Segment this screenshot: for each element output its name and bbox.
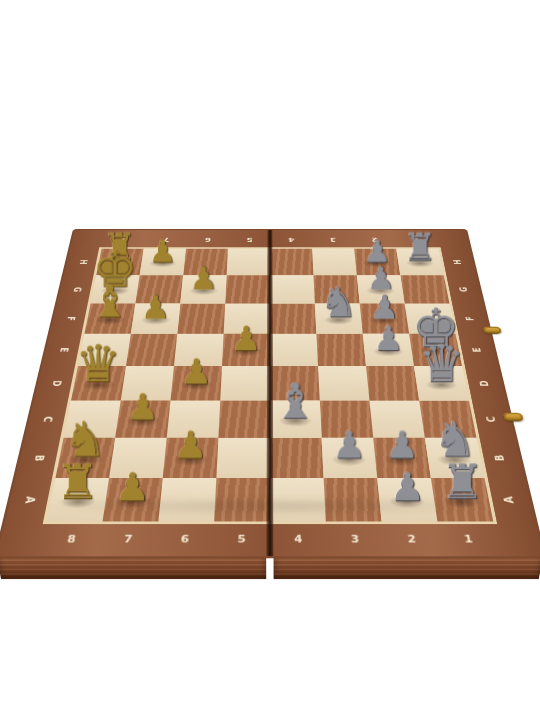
coordinate-label: E <box>470 347 482 352</box>
rank-label-front-5: 5 <box>212 521 270 556</box>
coordinate-label: 2 <box>407 533 417 544</box>
coordinate-label: 4 <box>288 236 294 242</box>
brass-pawn-d6[interactable]: ♟ <box>181 355 212 387</box>
square-h5[interactable] <box>227 249 270 276</box>
board-front-edge-left <box>0 556 266 579</box>
rank-label-back-7: 7 <box>144 230 188 249</box>
chessboard: ♜♟♟♜♚♟♟♝♟♞♟♟♟♚♛♟♛♟♝♞♟♟♟♞♜♟♟♜ HGFEDCBA HG… <box>42 138 498 594</box>
rank-label-back-4: 4 <box>270 230 312 249</box>
brass-king-g8[interactable]: ♚ <box>93 247 138 293</box>
rank-label-front-6: 6 <box>155 521 214 556</box>
coordinate-label: 3 <box>329 236 335 242</box>
coordinate-label: G <box>71 287 82 292</box>
file-label-right-H: H <box>438 249 476 276</box>
coordinate-label: 5 <box>237 533 245 544</box>
square-b3[interactable]: ♟ <box>322 438 378 478</box>
square-b4[interactable] <box>270 438 324 478</box>
piece-shadow <box>188 286 220 295</box>
square-c5[interactable] <box>218 401 270 438</box>
rank-label-back-2: 2 <box>352 230 396 249</box>
silver-bishop-c4[interactable]: ♝ <box>274 379 318 424</box>
silver-queen-d1[interactable]: ♛ <box>419 340 465 387</box>
coordinate-label: D <box>478 380 491 386</box>
coordinate-label: A <box>502 496 516 503</box>
square-h7[interactable]: ♟ <box>140 249 186 276</box>
rank-label-front-3: 3 <box>326 521 385 556</box>
square-d8[interactable]: ♛ <box>71 366 126 401</box>
square-h2[interactable]: ♟ <box>354 249 400 276</box>
square-h8[interactable]: ♜ <box>96 249 143 276</box>
square-c4[interactable]: ♝ <box>270 401 322 438</box>
square-d6[interactable]: ♟ <box>171 366 222 401</box>
coordinate-label: 1 <box>463 533 473 544</box>
brass-pawn-f7[interactable]: ♟ <box>141 292 170 322</box>
brass-bishop-f8[interactable]: ♝ <box>90 282 129 322</box>
coordinate-label: 8 <box>121 236 128 242</box>
square-b5[interactable] <box>216 438 270 478</box>
coordinate-label: 4 <box>294 533 302 544</box>
silver-pawn-f2[interactable]: ♟ <box>370 292 399 322</box>
coordinate-label: 8 <box>67 533 77 544</box>
square-g2[interactable]: ♟ <box>357 275 405 303</box>
rank-label-back-6: 6 <box>186 230 229 249</box>
square-f5[interactable] <box>224 304 270 334</box>
square-e2[interactable]: ♟ <box>363 334 414 366</box>
piece-shadow <box>139 315 173 325</box>
silver-pawn-b3[interactable]: ♟ <box>332 428 366 462</box>
silver-pawn-b2[interactable]: ♟ <box>385 428 419 462</box>
piece-shadow <box>322 315 355 325</box>
board-front-edge-right <box>274 556 540 579</box>
square-e3[interactable] <box>316 334 366 366</box>
coordinate-label: 6 <box>204 236 210 242</box>
rank-label-front-8: 8 <box>40 521 103 556</box>
square-g5[interactable] <box>225 275 270 303</box>
coordinate-label: B <box>33 454 46 460</box>
photo-backdrop: ♜♟♟♜♚♟♟♝♟♞♟♟♟♚♛♟♛♟♝♞♟♟♟♞♜♟♟♜ HGFEDCBA HG… <box>0 0 540 720</box>
coordinate-label: C <box>42 416 55 422</box>
coordinate-label: G <box>458 287 469 292</box>
coordinate-label: C <box>485 416 498 422</box>
square-d3[interactable] <box>318 366 369 401</box>
square-f2[interactable]: ♟ <box>360 304 409 334</box>
silver-pawn-g2[interactable]: ♟ <box>367 264 395 293</box>
file-label-left-F: F <box>50 304 91 334</box>
brass-pawn-g6[interactable]: ♟ <box>189 264 217 293</box>
piece-shadow <box>93 315 127 325</box>
coordinate-label: B <box>493 454 506 460</box>
rank-label-front-4: 4 <box>270 521 328 556</box>
square-f6[interactable] <box>177 304 225 334</box>
coordinate-label: 1 <box>412 236 419 242</box>
coordinate-label: 5 <box>246 236 252 242</box>
piece-shadow <box>229 346 263 357</box>
silver-knight-f3[interactable]: ♞ <box>320 283 358 322</box>
square-g3[interactable] <box>313 275 359 303</box>
square-h6[interactable] <box>183 249 228 276</box>
board-shadow <box>40 498 500 514</box>
coordinate-label: 3 <box>351 533 360 544</box>
rank-label-back-8: 8 <box>102 230 147 249</box>
piece-shadow <box>371 346 406 357</box>
brass-rook-h8[interactable]: ♜ <box>103 230 137 265</box>
piece-shadow <box>361 259 392 268</box>
piece-shadow <box>147 259 178 268</box>
coordinate-label: E <box>58 347 70 352</box>
square-c7[interactable]: ♟ <box>115 401 170 438</box>
coordinate-label: H <box>452 260 463 265</box>
square-g4[interactable] <box>270 275 315 303</box>
brass-pawn-b6[interactable]: ♟ <box>174 428 208 462</box>
file-label-left-D: D <box>34 366 78 401</box>
rank-labels-back: 87654321 <box>102 230 439 249</box>
square-f1[interactable] <box>405 304 456 334</box>
coordinate-label: 2 <box>371 236 378 242</box>
file-label-right-D: D <box>462 366 506 401</box>
rank-label-front-7: 7 <box>97 521 158 556</box>
coordinate-label: A <box>24 496 38 503</box>
coordinate-label: D <box>50 380 63 386</box>
coordinate-label: F <box>65 316 76 320</box>
square-h1[interactable]: ♜ <box>396 249 443 276</box>
file-label-right-G: G <box>444 275 483 303</box>
silver-rook-h1[interactable]: ♜ <box>403 230 437 265</box>
coordinate-label: 6 <box>180 533 189 544</box>
file-label-right-F: F <box>449 304 490 334</box>
coordinate-label: H <box>77 260 88 265</box>
coordinate-label: F <box>464 316 475 320</box>
file-label-left-G: G <box>57 275 96 303</box>
piece-shadow <box>367 315 401 325</box>
square-d2[interactable] <box>366 366 419 401</box>
square-f7[interactable]: ♟ <box>131 304 180 334</box>
coordinate-label: 7 <box>163 236 170 242</box>
square-f8[interactable]: ♝ <box>84 304 135 334</box>
file-label-left-H: H <box>64 249 102 276</box>
brass-pawn-e5[interactable]: ♟ <box>231 323 261 354</box>
coordinate-label: 7 <box>123 533 133 544</box>
square-g6[interactable]: ♟ <box>180 275 226 303</box>
piece-shadow <box>99 286 132 295</box>
brass-clasp-icon <box>483 326 502 333</box>
square-g8[interactable]: ♚ <box>91 275 140 303</box>
rank-label-back-3: 3 <box>311 230 354 249</box>
square-g1[interactable] <box>400 275 449 303</box>
rank-label-front-1: 1 <box>437 521 500 556</box>
piece-shadow <box>364 286 397 295</box>
square-e4[interactable] <box>270 334 318 366</box>
square-h3[interactable] <box>312 249 357 276</box>
piece-shadow <box>404 259 436 268</box>
piece-shadow <box>104 259 136 268</box>
brass-queen-d8[interactable]: ♛ <box>75 340 121 387</box>
rank-label-front-2: 2 <box>382 521 443 556</box>
square-g7[interactable] <box>135 275 183 303</box>
square-e5[interactable]: ♟ <box>222 334 270 366</box>
square-h4[interactable] <box>270 249 313 276</box>
square-b6[interactable]: ♟ <box>163 438 219 478</box>
square-d5[interactable] <box>220 366 270 401</box>
square-e7[interactable] <box>126 334 177 366</box>
square-f3[interactable]: ♞ <box>315 304 363 334</box>
silver-pawn-e2[interactable]: ♟ <box>373 323 403 354</box>
square-f4[interactable] <box>270 304 316 334</box>
brass-pawn-c7[interactable]: ♟ <box>127 390 159 423</box>
square-d1[interactable]: ♛ <box>414 366 469 401</box>
rank-label-back-1: 1 <box>393 230 438 249</box>
rank-label-back-5: 5 <box>228 230 270 249</box>
